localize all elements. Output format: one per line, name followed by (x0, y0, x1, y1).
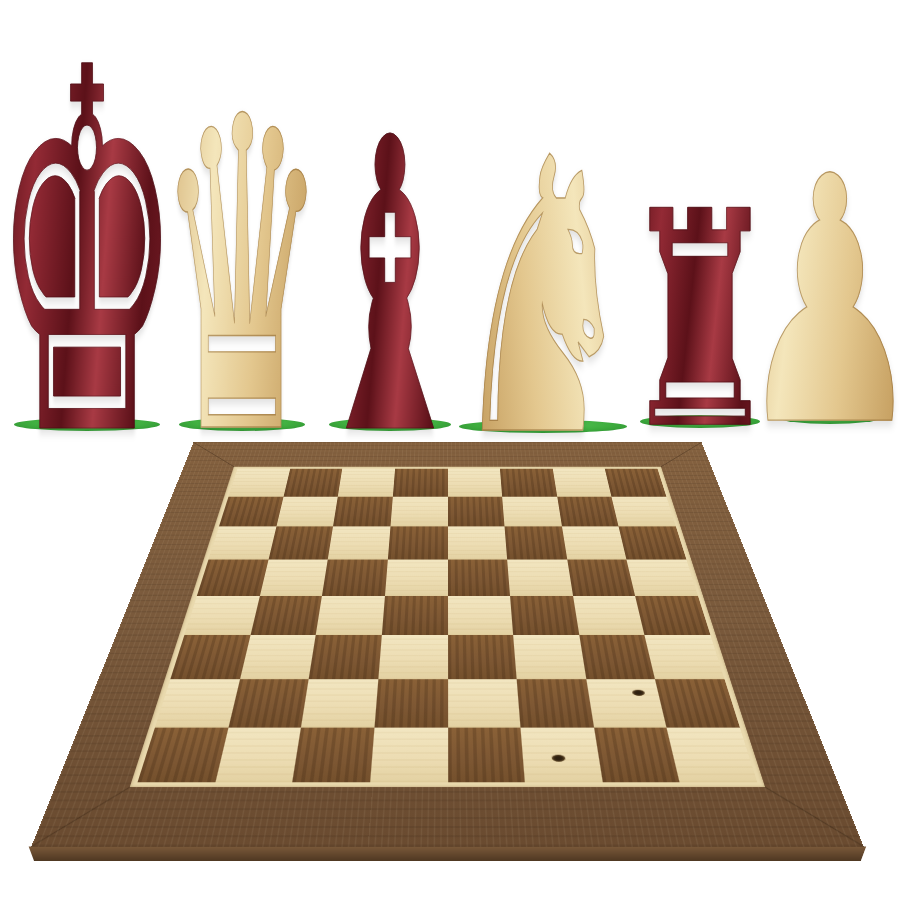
chess-set-product-photo[interactable]: ♚ ♛ ♝ ♞ ♜ ♟ (0, 0, 900, 900)
pieces-row: ♚ ♛ ♝ ♞ ♜ ♟ (0, 0, 900, 900)
king-piece: ♚ (0, 5, 181, 505)
queen-piece: ♛ (157, 62, 327, 494)
pawn-piece: ♟ (736, 132, 900, 472)
knight-piece: ♞ (448, 109, 638, 488)
